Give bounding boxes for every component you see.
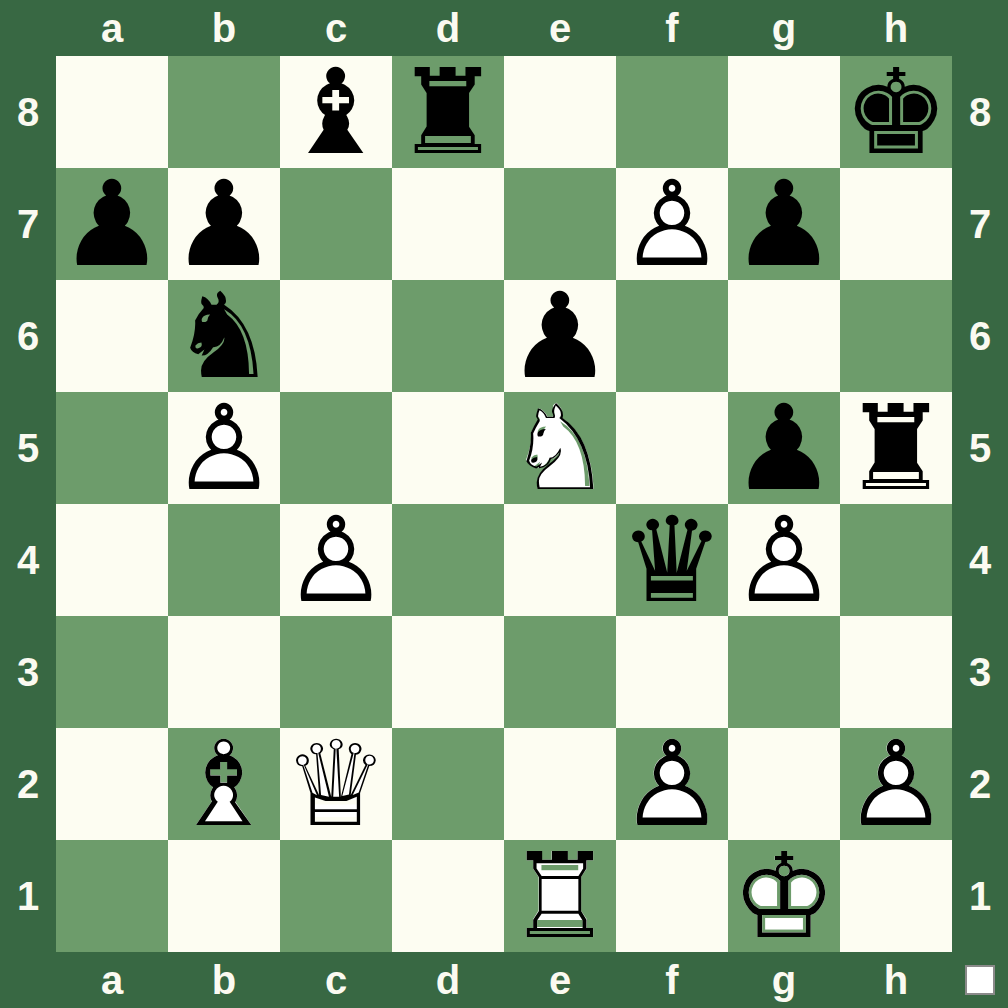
square-f6[interactable]: [616, 280, 728, 392]
piece-black-rook[interactable]: ♜: [395, 56, 501, 168]
square-d8[interactable]: ♜: [392, 56, 504, 168]
square-b1[interactable]: [168, 840, 280, 952]
rook-glyph: ♜: [395, 56, 501, 168]
square-b5[interactable]: ♟♙: [168, 392, 280, 504]
square-c5[interactable]: [280, 392, 392, 504]
file-bottom-label-c: c: [280, 952, 392, 1008]
piece-white-pawn[interactable]: ♟♙: [731, 504, 837, 616]
rank-left-label-3: 3: [0, 616, 56, 728]
file-bottom-label-a: a: [56, 952, 168, 1008]
pawn-glyph: ♟: [731, 168, 837, 280]
square-e4[interactable]: [504, 504, 616, 616]
file-bottom-label-e: e: [504, 952, 616, 1008]
pawn-glyph: ♟: [731, 392, 837, 504]
square-h5[interactable]: ♜: [840, 392, 952, 504]
square-c2[interactable]: ♛♕: [280, 728, 392, 840]
square-a7[interactable]: ♟: [56, 168, 168, 280]
piece-black-knight[interactable]: ♞: [171, 280, 277, 392]
square-c6[interactable]: [280, 280, 392, 392]
square-h1[interactable]: [840, 840, 952, 952]
rank-left-label-2: 2: [0, 728, 56, 840]
rook-glyph-outline: ♖: [507, 840, 613, 952]
piece-white-pawn[interactable]: ♟♙: [619, 168, 725, 280]
pawn-glyph-outline: ♙: [283, 504, 389, 616]
file-bottom-label-b: b: [168, 952, 280, 1008]
piece-white-queen[interactable]: ♛♕: [283, 728, 389, 840]
piece-black-pawn[interactable]: ♟: [731, 392, 837, 504]
square-g1[interactable]: ♚♔: [728, 840, 840, 952]
square-d1[interactable]: [392, 840, 504, 952]
king-glyph-outline: ♔: [731, 840, 837, 952]
piece-black-king[interactable]: ♚: [843, 56, 949, 168]
knight-glyph-outline: ♘: [507, 392, 613, 504]
frame-corner: [0, 952, 56, 1008]
frame-corner: [0, 0, 56, 56]
square-e2[interactable]: [504, 728, 616, 840]
rank-right-label-5: 5: [952, 392, 1008, 504]
file-top-label-g: g: [728, 0, 840, 56]
file-bottom-label-f: f: [616, 952, 728, 1008]
square-h2[interactable]: ♟♙: [840, 728, 952, 840]
rank-right-label-7: 7: [952, 168, 1008, 280]
rank-right-label-6: 6: [952, 280, 1008, 392]
piece-white-pawn[interactable]: ♟♙: [619, 728, 725, 840]
piece-black-queen[interactable]: ♛: [619, 504, 725, 616]
piece-black-pawn[interactable]: ♟: [731, 168, 837, 280]
pawn-glyph-outline: ♙: [171, 392, 277, 504]
rook-glyph: ♜: [843, 392, 949, 504]
piece-white-pawn[interactable]: ♟♙: [283, 504, 389, 616]
queen-glyph-outline: ♕: [283, 728, 389, 840]
frame-corner: [952, 0, 1008, 56]
square-a5[interactable]: [56, 392, 168, 504]
square-g5[interactable]: ♟: [728, 392, 840, 504]
queen-glyph: ♛: [619, 504, 725, 616]
square-a8[interactable]: [56, 56, 168, 168]
king-glyph: ♚: [843, 56, 949, 168]
rank-left-label-7: 7: [0, 168, 56, 280]
square-f8[interactable]: [616, 56, 728, 168]
square-d2[interactable]: [392, 728, 504, 840]
square-h8[interactable]: ♚: [840, 56, 952, 168]
square-h3[interactable]: [840, 616, 952, 728]
piece-white-pawn[interactable]: ♟♙: [171, 392, 277, 504]
rank-left-label-1: 1: [0, 840, 56, 952]
square-c8[interactable]: ♝: [280, 56, 392, 168]
square-b4[interactable]: [168, 504, 280, 616]
file-top-label-e: e: [504, 0, 616, 56]
file-top-label-b: b: [168, 0, 280, 56]
square-e8[interactable]: [504, 56, 616, 168]
file-bottom-label-h: h: [840, 952, 952, 1008]
bishop-glyph: ♝: [283, 56, 389, 168]
square-a2[interactable]: [56, 728, 168, 840]
square-a1[interactable]: [56, 840, 168, 952]
piece-white-bishop[interactable]: ♝♗: [171, 728, 277, 840]
rank-left-label-5: 5: [0, 392, 56, 504]
piece-black-pawn[interactable]: ♟: [59, 168, 165, 280]
rank-right-label-1: 1: [952, 840, 1008, 952]
rank-right-label-4: 4: [952, 504, 1008, 616]
piece-white-king[interactable]: ♚♔: [731, 840, 837, 952]
rank-left-label-6: 6: [0, 280, 56, 392]
square-b2[interactable]: ♝♗: [168, 728, 280, 840]
square-c7[interactable]: [280, 168, 392, 280]
square-f2[interactable]: ♟♙: [616, 728, 728, 840]
rank-right-label-3: 3: [952, 616, 1008, 728]
piece-white-rook[interactable]: ♜♖: [507, 840, 613, 952]
square-f4[interactable]: ♛: [616, 504, 728, 616]
rank-left-label-4: 4: [0, 504, 56, 616]
rank-right-label-8: 8: [952, 56, 1008, 168]
pawn-glyph: ♟: [507, 280, 613, 392]
square-d5[interactable]: [392, 392, 504, 504]
square-d3[interactable]: [392, 616, 504, 728]
rank-right-label-2: 2: [952, 728, 1008, 840]
square-g8[interactable]: [728, 56, 840, 168]
square-e1[interactable]: ♜♖: [504, 840, 616, 952]
square-f1[interactable]: [616, 840, 728, 952]
piece-black-rook[interactable]: ♜: [843, 392, 949, 504]
square-f3[interactable]: [616, 616, 728, 728]
rank-left-label-8: 8: [0, 56, 56, 168]
file-bottom-label-g: g: [728, 952, 840, 1008]
piece-black-pawn[interactable]: ♟: [507, 280, 613, 392]
square-b6[interactable]: ♞: [168, 280, 280, 392]
square-f7[interactable]: ♟♙: [616, 168, 728, 280]
square-e3[interactable]: [504, 616, 616, 728]
piece-white-knight[interactable]: ♞♘: [507, 392, 613, 504]
square-h6[interactable]: [840, 280, 952, 392]
square-a6[interactable]: [56, 280, 168, 392]
square-c1[interactable]: [280, 840, 392, 952]
square-e6[interactable]: ♟: [504, 280, 616, 392]
file-top-label-f: f: [616, 0, 728, 56]
square-g2[interactable]: [728, 728, 840, 840]
pawn-glyph-outline: ♙: [619, 168, 725, 280]
file-top-label-a: a: [56, 0, 168, 56]
square-b8[interactable]: [168, 56, 280, 168]
square-b3[interactable]: [168, 616, 280, 728]
square-d6[interactable]: [392, 280, 504, 392]
pawn-glyph-outline: ♙: [731, 504, 837, 616]
file-bottom-label-d: d: [392, 952, 504, 1008]
square-h7[interactable]: [840, 168, 952, 280]
square-g6[interactable]: [728, 280, 840, 392]
square-g4[interactable]: ♟♙: [728, 504, 840, 616]
square-d4[interactable]: [392, 504, 504, 616]
square-a3[interactable]: [56, 616, 168, 728]
chessboard: abcdefgh8♝♜♚87♟♟♟♙♟76♞♟65♟♙♞♘♟♜54♟♙♛♟♙43…: [0, 0, 1008, 1008]
piece-black-bishop[interactable]: ♝: [283, 56, 389, 168]
square-g3[interactable]: [728, 616, 840, 728]
pawn-glyph: ♟: [59, 168, 165, 280]
pawn-glyph-outline: ♙: [843, 728, 949, 840]
side-to-move-corner: [952, 952, 1008, 1008]
square-b7[interactable]: ♟: [168, 168, 280, 280]
pawn-glyph-outline: ♙: [619, 728, 725, 840]
knight-glyph: ♞: [171, 280, 277, 392]
piece-black-pawn[interactable]: ♟: [171, 168, 277, 280]
square-e5[interactable]: ♞♘: [504, 392, 616, 504]
square-c3[interactable]: [280, 616, 392, 728]
square-c4[interactable]: ♟♙: [280, 504, 392, 616]
side-to-move-indicator: [965, 965, 995, 995]
square-a4[interactable]: [56, 504, 168, 616]
square-h4[interactable]: [840, 504, 952, 616]
square-d7[interactable]: [392, 168, 504, 280]
bishop-glyph-outline: ♗: [171, 728, 277, 840]
square-f5[interactable]: [616, 392, 728, 504]
pawn-glyph: ♟: [171, 168, 277, 280]
square-e7[interactable]: [504, 168, 616, 280]
square-g7[interactable]: ♟: [728, 168, 840, 280]
piece-white-pawn[interactable]: ♟♙: [843, 728, 949, 840]
